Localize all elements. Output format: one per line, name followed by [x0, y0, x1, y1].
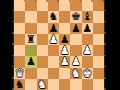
- square-b6: [25, 23, 36, 34]
- square-d6: ♟: [48, 23, 59, 34]
- square-c4: [37, 45, 48, 56]
- square-h6: [93, 23, 104, 34]
- square-b3: ♟: [25, 56, 36, 67]
- white-queen: ♛: [15, 68, 25, 79]
- black-pawn: ♟: [60, 34, 70, 45]
- black-pawn: ♟: [82, 23, 92, 34]
- white-knight: ♞: [71, 68, 81, 79]
- square-h7: [93, 11, 104, 22]
- black-knight: ♞: [15, 79, 25, 90]
- square-e4: ♟: [59, 45, 70, 56]
- square-f3: ♟: [70, 56, 81, 67]
- white-pawn: ♟: [71, 56, 81, 67]
- square-d3: [48, 56, 59, 67]
- square-c6: [37, 23, 48, 34]
- square-e2: [59, 68, 70, 79]
- square-b1: [25, 79, 36, 90]
- square-h2: [93, 68, 104, 79]
- video-frame: ♞♚♝♟♟♟♜♟♟♟♟♟♟♟♛♞♚♞♞: [0, 0, 120, 90]
- board-edge-ticks-left: [12, 0, 14, 90]
- square-a1: ♞: [14, 79, 25, 90]
- black-pawn: ♟: [26, 56, 36, 67]
- white-pawn: ♟: [60, 45, 70, 56]
- square-h3: [93, 56, 104, 67]
- square-a2: ♛: [14, 68, 25, 79]
- square-c1: ♞: [37, 79, 48, 90]
- white-king: ♚: [82, 68, 92, 79]
- square-e6: [59, 23, 70, 34]
- board-edge-ticks-right: [104, 0, 106, 90]
- square-f2: ♞: [70, 68, 81, 79]
- square-e5: ♟: [59, 34, 70, 45]
- square-e3: ♟: [59, 56, 70, 67]
- black-knight: ♞: [48, 11, 58, 22]
- square-f5: [70, 34, 81, 45]
- black-pawn: ♟: [48, 23, 58, 34]
- square-g1: [82, 79, 93, 90]
- square-a3: [14, 56, 25, 67]
- square-f6: ♟: [70, 23, 81, 34]
- square-c7: [37, 11, 48, 22]
- square-g3: [82, 56, 93, 67]
- white-pawn: ♟: [60, 56, 70, 67]
- square-d1: [48, 79, 59, 90]
- square-f4: [70, 45, 81, 56]
- square-d7: ♞: [48, 11, 59, 22]
- square-c3: [37, 56, 48, 67]
- square-h5: [93, 34, 104, 45]
- square-d2: [48, 68, 59, 79]
- square-a7: [14, 11, 25, 22]
- square-b4: [25, 45, 36, 56]
- black-rook: ♜: [26, 34, 36, 45]
- white-pawn: ♟: [48, 34, 58, 45]
- square-g4: ♟: [82, 45, 93, 56]
- white-pawn: ♟: [82, 45, 92, 56]
- black-bishop: ♝: [82, 11, 92, 22]
- square-h1: [93, 79, 104, 90]
- square-b5: ♜: [25, 34, 36, 45]
- board-edge-ticks-top: [14, 0, 104, 2]
- square-d4: [48, 45, 59, 56]
- square-g2: ♚: [82, 68, 93, 79]
- white-knight: ♞: [37, 79, 47, 90]
- square-b7: [25, 11, 36, 22]
- square-g6: ♟: [82, 23, 93, 34]
- letterbox-right: [104, 0, 120, 90]
- square-a6: [14, 23, 25, 34]
- square-c5: [37, 34, 48, 45]
- square-a5: [14, 34, 25, 45]
- square-b2: [25, 68, 36, 79]
- square-h4: [93, 45, 104, 56]
- square-c2: [37, 68, 48, 79]
- square-g7: ♝: [82, 11, 93, 22]
- square-f7: ♚: [70, 11, 81, 22]
- square-e7: [59, 11, 70, 22]
- black-king: ♚: [71, 11, 81, 22]
- square-d5: ♟: [48, 34, 59, 45]
- square-g5: [82, 34, 93, 45]
- square-e1: [59, 79, 70, 90]
- black-pawn: ♟: [71, 23, 81, 34]
- square-f1: [70, 79, 81, 90]
- chess-board: ♞♚♝♟♟♟♜♟♟♟♟♟♟♟♛♞♚♞♞: [14, 0, 104, 90]
- square-a4: [14, 45, 25, 56]
